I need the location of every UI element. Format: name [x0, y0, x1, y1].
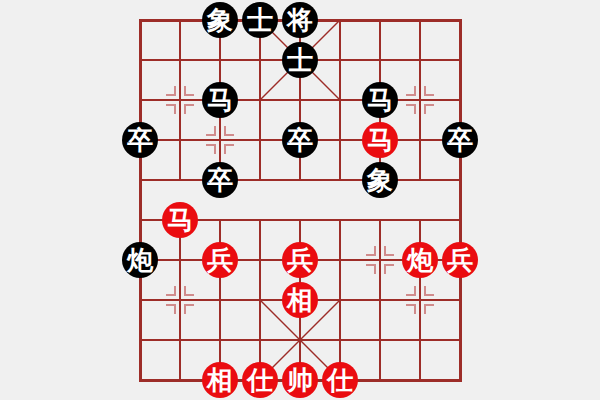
piece-red-soldier[interactable]: 兵: [442, 242, 478, 278]
piece-black-elephant[interactable]: 象: [202, 2, 238, 38]
piece-red-soldier[interactable]: 兵: [202, 242, 238, 278]
piece-red-soldier[interactable]: 兵: [282, 242, 318, 278]
piece-red-elephant[interactable]: 相: [282, 282, 318, 318]
piece-red-elephant[interactable]: 相: [202, 362, 238, 398]
piece-black-horse[interactable]: 马: [202, 82, 238, 118]
piece-black-elephant[interactable]: 象: [362, 162, 398, 198]
piece-black-cannon[interactable]: 炮: [122, 242, 158, 278]
piece-black-soldier[interactable]: 卒: [202, 162, 238, 198]
xiangqi-app: 象士将士马马卒卒马卒卒象马炮兵兵炮兵相相仕帅仕: [0, 0, 600, 400]
piece-red-horse[interactable]: 马: [362, 122, 398, 158]
piece-red-advisor[interactable]: 仕: [322, 362, 358, 398]
piece-black-advisor[interactable]: 士: [242, 2, 278, 38]
piece-red-horse[interactable]: 马: [162, 202, 198, 238]
piece-black-advisor[interactable]: 士: [282, 42, 318, 78]
piece-black-soldier[interactable]: 卒: [122, 122, 158, 158]
piece-black-soldier[interactable]: 卒: [282, 122, 318, 158]
piece-black-horse[interactable]: 马: [362, 82, 398, 118]
piece-black-general[interactable]: 将: [282, 2, 318, 38]
piece-red-general[interactable]: 帅: [282, 362, 318, 398]
piece-black-soldier[interactable]: 卒: [442, 122, 478, 158]
piece-red-cannon[interactable]: 炮: [402, 242, 438, 278]
piece-red-advisor[interactable]: 仕: [242, 362, 278, 398]
